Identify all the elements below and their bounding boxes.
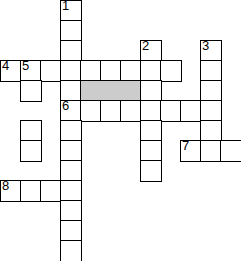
crossword-cell-r7c7[interactable] [140, 140, 162, 162]
crossword-cell-r5c3[interactable]: 6 [60, 100, 82, 122]
crossword-cell-r0c3[interactable]: 1 [60, 0, 82, 22]
clue-number-4: 4 [2, 59, 9, 74]
crossword-cell-r5c4[interactable] [80, 100, 102, 122]
crossword-cell-r4c1[interactable] [20, 80, 42, 102]
crossword-cell-r5c5[interactable] [100, 100, 122, 122]
crossword-cell-r10c3[interactable] [60, 200, 82, 222]
clue-number-3: 3 [202, 39, 209, 54]
crossword-cell-r5c7[interactable] [140, 100, 162, 122]
crossword-cell-r11c3[interactable] [60, 220, 82, 242]
clue-number-2: 2 [142, 39, 149, 54]
crossword-cell-r6c1[interactable] [20, 120, 42, 142]
crossword-cell-r5c8[interactable] [160, 100, 182, 122]
crossword-cell-r5c6[interactable] [120, 100, 142, 122]
crossword-cell-r4c3[interactable] [60, 80, 82, 102]
crossword-cell-r3c10[interactable] [200, 60, 222, 82]
clue-number-6: 6 [62, 99, 69, 114]
clue-number-8: 8 [2, 179, 9, 194]
clue-number-1: 1 [62, 0, 69, 14]
crossword-cell-r6c3[interactable] [60, 120, 82, 142]
crossword-cell-r3c0[interactable]: 4 [0, 60, 22, 82]
crossword-cell-r9c0[interactable]: 8 [0, 180, 22, 202]
crossword-cell-r12c3[interactable] [60, 240, 82, 261]
crossword-cell-r3c8[interactable] [160, 60, 182, 82]
crossword-cell-r6c10[interactable] [200, 120, 222, 142]
crossword-cell-r3c5[interactable] [100, 60, 122, 82]
crossword-cell-r9c1[interactable] [20, 180, 42, 202]
crossword-cell-r7c3[interactable] [60, 140, 82, 162]
crossword-cell-r3c1[interactable]: 5 [20, 60, 42, 82]
crossword-cell-r8c7[interactable] [140, 160, 162, 182]
clue-number-7: 7 [182, 139, 189, 154]
crossword-cell-r5c9[interactable] [180, 100, 202, 122]
crossword-cell-r3c4[interactable] [80, 60, 102, 82]
crossword-cell-r8c3[interactable] [60, 160, 82, 182]
crossword-cell-r3c7[interactable] [140, 60, 162, 82]
crossword-cell-r1c3[interactable] [60, 20, 82, 42]
crossword-cell-r2c3[interactable] [60, 40, 82, 62]
crossword-cell-r7c11[interactable] [220, 140, 241, 162]
shaded-block [80, 80, 142, 102]
crossword-cell-r2c7[interactable]: 2 [140, 40, 162, 62]
crossword-cell-r6c7[interactable] [140, 120, 162, 142]
crossword-cell-r3c6[interactable] [120, 60, 142, 82]
crossword-cell-r5c10[interactable] [200, 100, 222, 122]
crossword-cell-r9c3[interactable] [60, 180, 82, 202]
crossword-cell-r7c9[interactable]: 7 [180, 140, 202, 162]
crossword-board: 12345678 [0, 0, 241, 261]
crossword-cell-r7c1[interactable] [20, 140, 42, 162]
crossword-cell-r2c10[interactable]: 3 [200, 40, 222, 62]
crossword-cell-r4c10[interactable] [200, 80, 222, 102]
crossword-cell-r7c10[interactable] [200, 140, 222, 162]
clue-number-5: 5 [22, 59, 29, 74]
crossword-cell-r3c2[interactable] [40, 60, 62, 82]
crossword-cell-r4c7[interactable] [140, 80, 162, 102]
crossword-cell-r9c2[interactable] [40, 180, 62, 202]
crossword-cell-r3c3[interactable] [60, 60, 82, 82]
